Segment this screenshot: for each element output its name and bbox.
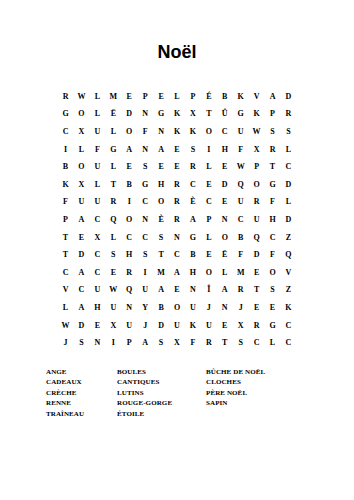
grid-cell[interactable]: N xyxy=(89,334,105,352)
grid-cell[interactable]: E xyxy=(121,158,137,176)
grid-cell[interactable]: L xyxy=(105,158,121,176)
grid-cell[interactable]: E xyxy=(201,246,217,264)
grid-cell[interactable]: X xyxy=(74,176,90,194)
grid-cell[interactable]: R xyxy=(105,194,121,212)
grid-cell[interactable]: M xyxy=(233,264,249,282)
puzzle-title: Noël xyxy=(0,43,354,61)
grid-cell[interactable]: T xyxy=(201,106,217,124)
grid-cell[interactable]: P xyxy=(137,88,153,106)
grid-cell[interactable]: A xyxy=(169,264,185,282)
grid-cell[interactable]: V xyxy=(249,88,265,106)
grid-cell[interactable]: S xyxy=(265,282,281,300)
grid-cell[interactable]: C xyxy=(58,264,74,282)
grid-cell[interactable]: E xyxy=(153,88,169,106)
grid-cell[interactable]: U xyxy=(74,194,90,212)
grid-cell[interactable]: K xyxy=(169,106,185,124)
grid-cell[interactable]: D xyxy=(74,246,90,264)
grid-cell[interactable]: L xyxy=(201,158,217,176)
grid-cell[interactable]: B xyxy=(121,176,137,194)
word-list-item: SAPIN xyxy=(206,398,265,408)
grid-cell[interactable]: N xyxy=(137,211,153,229)
grid-cell[interactable]: N xyxy=(185,282,201,300)
grid-cell[interactable]: A xyxy=(185,211,201,229)
grid-cell[interactable]: B xyxy=(153,299,169,317)
grid-cell[interactable]: L xyxy=(217,264,233,282)
grid-cell[interactable]: N xyxy=(153,123,169,141)
word-search-grid: RWLMEPELPÉBKVADGOLËDNGKXTÛGKPRCXULOFNKKO… xyxy=(58,88,297,352)
grid-cell[interactable]: È xyxy=(185,194,201,212)
grid-cell[interactable]: A xyxy=(137,334,153,352)
grid-cell[interactable]: G xyxy=(105,141,121,159)
grid-cell[interactable]: H xyxy=(265,211,281,229)
grid-cell[interactable]: A xyxy=(153,282,169,300)
grid-cell[interactable]: X xyxy=(249,141,265,159)
grid-cell[interactable]: C xyxy=(74,282,90,300)
grid-cell[interactable]: C xyxy=(58,123,74,141)
grid-cell[interactable]: F xyxy=(89,141,105,159)
grid-cell[interactable]: T xyxy=(217,334,233,352)
grid-cell[interactable]: X xyxy=(185,106,201,124)
grid-cell[interactable]: Y xyxy=(137,299,153,317)
grid-cell[interactable]: K xyxy=(58,176,74,194)
grid-cell[interactable]: Q xyxy=(280,246,296,264)
grid-cell[interactable]: L xyxy=(169,88,185,106)
grid-cell[interactable]: O xyxy=(121,123,137,141)
grid-cell[interactable]: W xyxy=(74,88,90,106)
grid-cell[interactable]: F xyxy=(265,246,281,264)
grid-cell[interactable]: A xyxy=(217,282,233,300)
grid-cell[interactable]: O xyxy=(74,158,90,176)
grid-cell[interactable]: U xyxy=(137,282,153,300)
word-list-column-1: ANGECADEAUXCRÈCHERENNETRAÎNEAU xyxy=(46,367,84,419)
grid-cell[interactable]: N xyxy=(217,299,233,317)
grid-cell[interactable]: F xyxy=(137,123,153,141)
grid-cell[interactable]: B xyxy=(58,158,74,176)
word-list-item: CLOCHES xyxy=(206,377,265,387)
grid-cell[interactable]: C xyxy=(249,334,265,352)
grid-cell[interactable]: N xyxy=(137,141,153,159)
grid-cell[interactable]: M xyxy=(105,88,121,106)
grid-cell[interactable]: D xyxy=(121,106,137,124)
grid-cell[interactable]: C xyxy=(185,176,201,194)
grid-cell[interactable]: R xyxy=(201,334,217,352)
grid-cell[interactable]: O xyxy=(121,211,137,229)
word-list-item: CADEAUX xyxy=(46,377,84,387)
grid-cell[interactable]: Q xyxy=(105,211,121,229)
grid-cell[interactable]: Q xyxy=(249,229,265,247)
grid-cell[interactable]: O xyxy=(265,264,281,282)
grid-cell[interactable]: A xyxy=(153,141,169,159)
grid-cell[interactable]: C xyxy=(121,229,137,247)
grid-cell[interactable]: O xyxy=(249,176,265,194)
grid-cell[interactable]: W xyxy=(233,158,249,176)
grid-cell[interactable]: P xyxy=(185,88,201,106)
grid-cell[interactable]: Z xyxy=(280,282,296,300)
grid-cell[interactable]: I xyxy=(58,141,74,159)
grid-cell[interactable]: P xyxy=(249,158,265,176)
grid-cell[interactable]: H xyxy=(185,264,201,282)
word-list-item: RENNE xyxy=(46,398,84,408)
word-list-item: BOULES xyxy=(117,367,172,377)
grid-cell[interactable]: J xyxy=(233,299,249,317)
grid-cell[interactable]: C xyxy=(169,246,185,264)
grid-cell[interactable]: Q xyxy=(233,176,249,194)
grid-cell[interactable]: O xyxy=(201,264,217,282)
grid-cell[interactable]: C xyxy=(280,334,296,352)
grid-cell[interactable]: E xyxy=(249,299,265,317)
grid-cell[interactable]: Û xyxy=(217,106,233,124)
grid-cell[interactable]: P xyxy=(121,334,137,352)
grid-cell[interactable]: D xyxy=(153,317,169,335)
grid-cell[interactable]: L xyxy=(89,106,105,124)
grid-cell[interactable]: E xyxy=(201,176,217,194)
grid-cell[interactable]: T xyxy=(58,229,74,247)
grid-cell[interactable]: U xyxy=(233,123,249,141)
word-list-item: LUTINS xyxy=(117,388,172,398)
grid-cell[interactable]: W xyxy=(105,282,121,300)
grid-cell[interactable]: K xyxy=(185,317,201,335)
grid-cell[interactable]: P xyxy=(201,211,217,229)
grid-cell[interactable]: D xyxy=(74,317,90,335)
grid-cell[interactable]: U xyxy=(89,158,105,176)
word-list: ANGECADEAUXCRÈCHERENNETRAÎNEAU BOULESCAN… xyxy=(0,367,354,427)
grid-cell[interactable]: R xyxy=(249,194,265,212)
grid-cell[interactable]: E xyxy=(74,229,90,247)
grid-cell[interactable]: G xyxy=(185,229,201,247)
grid-cell[interactable]: E xyxy=(121,88,137,106)
grid-cell[interactable]: L xyxy=(89,176,105,194)
grid-cell[interactable]: C xyxy=(280,317,296,335)
grid-cell[interactable]: J xyxy=(58,334,74,352)
grid-cell[interactable]: G xyxy=(153,106,169,124)
grid-cell[interactable]: N xyxy=(217,211,233,229)
grid-cell[interactable]: Z xyxy=(280,229,296,247)
grid-cell[interactable]: A xyxy=(121,141,137,159)
grid-cell[interactable]: U xyxy=(169,317,185,335)
puzzle-page: Noël RWLMEPELPÉBKVADGOLËDNGKXTÛGKPRCXULO… xyxy=(0,0,354,500)
grid-cell[interactable]: È xyxy=(153,211,169,229)
grid-cell[interactable]: C xyxy=(280,158,296,176)
grid-cell[interactable]: O xyxy=(74,106,90,124)
word-list-item: PÈRE NOËL xyxy=(206,388,265,398)
grid-cell[interactable]: G xyxy=(265,317,281,335)
word-list-item: ÉTOILE xyxy=(117,409,172,419)
grid-cell[interactable]: D xyxy=(249,246,265,264)
grid-cell[interactable]: E xyxy=(169,158,185,176)
grid-cell[interactable]: P xyxy=(265,106,281,124)
grid-cell[interactable]: R xyxy=(121,264,137,282)
grid-cell[interactable]: C xyxy=(265,229,281,247)
grid-cell[interactable]: P xyxy=(58,211,74,229)
grid-cell[interactable]: K xyxy=(280,299,296,317)
grid-cell[interactable]: H xyxy=(89,299,105,317)
grid-cell[interactable]: Î xyxy=(201,282,217,300)
grid-cell[interactable]: G xyxy=(265,176,281,194)
grid-cell[interactable]: H xyxy=(217,141,233,159)
grid-cell[interactable]: I xyxy=(121,194,137,212)
grid-cell[interactable]: N xyxy=(169,229,185,247)
grid-cell[interactable]: A xyxy=(74,299,90,317)
grid-cell[interactable]: X xyxy=(105,317,121,335)
grid-cell[interactable]: X xyxy=(233,317,249,335)
grid-cell[interactable]: G xyxy=(137,176,153,194)
grid-cell[interactable]: E xyxy=(217,317,233,335)
word-list-item: CANTIQUES xyxy=(117,377,172,387)
grid-cell[interactable]: H xyxy=(153,176,169,194)
grid-cell[interactable]: L xyxy=(74,141,90,159)
grid-cell[interactable]: T xyxy=(58,246,74,264)
grid-cell[interactable]: Ë xyxy=(105,106,121,124)
grid-cell[interactable]: X xyxy=(169,334,185,352)
grid-cell[interactable]: T xyxy=(265,158,281,176)
grid-cell[interactable]: E xyxy=(153,158,169,176)
grid-cell[interactable]: C xyxy=(233,211,249,229)
grid-cell[interactable]: S xyxy=(280,123,296,141)
grid-cell[interactable]: E xyxy=(217,158,233,176)
grid-cell[interactable]: U xyxy=(89,282,105,300)
grid-cell[interactable]: L xyxy=(105,123,121,141)
word-list-item: TRAÎNEAU xyxy=(46,409,84,419)
grid-cell[interactable]: E xyxy=(89,317,105,335)
grid-cell[interactable]: B xyxy=(233,229,249,247)
grid-cell[interactable]: G xyxy=(233,106,249,124)
grid-cell[interactable]: S xyxy=(153,334,169,352)
grid-cell[interactable]: R xyxy=(249,317,265,335)
grid-cell[interactable]: I xyxy=(137,264,153,282)
grid-cell[interactable]: U xyxy=(89,194,105,212)
grid-cell[interactable]: R xyxy=(169,211,185,229)
grid-cell[interactable]: X xyxy=(74,123,90,141)
grid-cell[interactable]: X xyxy=(89,229,105,247)
grid-cell[interactable]: E xyxy=(169,141,185,159)
grid-cell[interactable]: S xyxy=(265,123,281,141)
grid-cell[interactable]: F xyxy=(233,246,249,264)
grid-cell[interactable]: E xyxy=(217,194,233,212)
grid-cell[interactable]: K xyxy=(249,106,265,124)
grid-cell[interactable]: N xyxy=(121,299,137,317)
grid-cell[interactable]: E xyxy=(265,299,281,317)
grid-cell[interactable]: V xyxy=(58,282,74,300)
grid-cell[interactable]: B xyxy=(217,88,233,106)
grid-cell[interactable]: S xyxy=(105,246,121,264)
grid-cell[interactable]: U xyxy=(201,317,217,335)
grid-cell[interactable]: C xyxy=(89,264,105,282)
grid-cell[interactable]: L xyxy=(89,88,105,106)
grid-cell[interactable]: R xyxy=(58,88,74,106)
grid-cell[interactable]: I xyxy=(201,141,217,159)
grid-cell[interactable]: F xyxy=(58,194,74,212)
grid-cell[interactable]: U xyxy=(105,299,121,317)
grid-cell[interactable]: F xyxy=(185,334,201,352)
grid-cell[interactable]: U xyxy=(233,194,249,212)
grid-cell[interactable]: S xyxy=(233,334,249,352)
grid-cell[interactable]: L xyxy=(265,334,281,352)
grid-cell[interactable]: U xyxy=(121,317,137,335)
grid-cell[interactable]: W xyxy=(249,123,265,141)
grid-cell[interactable]: R xyxy=(233,282,249,300)
grid-cell[interactable]: S xyxy=(137,158,153,176)
grid-cell[interactable]: T xyxy=(153,246,169,264)
grid-cell[interactable]: V xyxy=(280,264,296,282)
grid-cell[interactable]: U xyxy=(249,211,265,229)
grid-cell[interactable]: R xyxy=(185,158,201,176)
grid-cell[interactable]: E xyxy=(249,264,265,282)
grid-cell[interactable]: T xyxy=(105,176,121,194)
grid-cell[interactable]: A xyxy=(265,88,281,106)
grid-cell[interactable]: O xyxy=(201,123,217,141)
grid-cell[interactable]: T xyxy=(249,282,265,300)
grid-cell[interactable]: F xyxy=(233,141,249,159)
word-list-item: BÛCHE DE NOËL xyxy=(206,367,265,377)
grid-cell[interactable]: R xyxy=(280,106,296,124)
grid-cell[interactable]: C xyxy=(89,211,105,229)
word-list-column-2: BOULESCANTIQUESLUTINSROUGE-GORGEÉTOILE xyxy=(117,367,172,419)
grid-cell[interactable]: D xyxy=(280,176,296,194)
grid-cell[interactable]: S xyxy=(153,229,169,247)
word-list-item: ANGE xyxy=(46,367,84,377)
word-list-item: ROUGE-GORGE xyxy=(117,398,172,408)
grid-cell[interactable]: C xyxy=(201,194,217,212)
grid-cell[interactable]: D xyxy=(217,176,233,194)
grid-cell[interactable]: K xyxy=(233,88,249,106)
grid-cell[interactable]: D xyxy=(280,211,296,229)
grid-cell[interactable]: L xyxy=(280,141,296,159)
grid-cell[interactable]: C xyxy=(89,246,105,264)
grid-cell[interactable]: B xyxy=(185,246,201,264)
grid-cell[interactable]: L xyxy=(105,229,121,247)
grid-cell[interactable]: N xyxy=(137,106,153,124)
word-list-item: CRÈCHE xyxy=(46,388,84,398)
grid-cell[interactable]: S xyxy=(74,334,90,352)
grid-cell[interactable]: Q xyxy=(121,282,137,300)
grid-cell[interactable]: K xyxy=(185,123,201,141)
grid-cell[interactable]: O xyxy=(169,299,185,317)
grid-cell[interactable]: F xyxy=(265,194,281,212)
grid-cell[interactable]: W xyxy=(58,317,74,335)
grid-cell[interactable]: K xyxy=(169,123,185,141)
grid-cell[interactable]: G xyxy=(58,106,74,124)
grid-cell[interactable]: J xyxy=(137,317,153,335)
grid-cell[interactable]: L xyxy=(280,194,296,212)
grid-cell[interactable]: S xyxy=(185,141,201,159)
grid-cell[interactable]: J xyxy=(201,299,217,317)
word-list-column-3: BÛCHE DE NOËLCLOCHESPÈRE NOËLSAPIN xyxy=(206,367,265,409)
grid-cell[interactable]: U xyxy=(185,299,201,317)
grid-cell[interactable]: M xyxy=(153,264,169,282)
grid-cell[interactable]: C xyxy=(137,229,153,247)
grid-cell[interactable]: R xyxy=(265,141,281,159)
grid-cell[interactable]: E xyxy=(169,282,185,300)
grid-cell[interactable]: R xyxy=(169,194,185,212)
grid-cell[interactable]: U xyxy=(89,123,105,141)
grid-cell[interactable]: A xyxy=(74,264,90,282)
grid-cell[interactable]: É xyxy=(201,88,217,106)
grid-cell[interactable]: O xyxy=(153,194,169,212)
grid-cell[interactable]: L xyxy=(201,229,217,247)
grid-cell[interactable]: H xyxy=(121,246,137,264)
grid-cell[interactable]: C xyxy=(217,123,233,141)
grid-cell[interactable]: A xyxy=(74,211,90,229)
grid-cell[interactable]: Ë xyxy=(217,246,233,264)
grid-cell[interactable]: L xyxy=(58,299,74,317)
grid-cell[interactable]: O xyxy=(217,229,233,247)
grid-cell[interactable]: E xyxy=(105,264,121,282)
grid-cell[interactable]: R xyxy=(169,176,185,194)
grid-cell[interactable]: C xyxy=(137,194,153,212)
grid-cell[interactable]: S xyxy=(137,246,153,264)
grid-cell[interactable]: D xyxy=(280,88,296,106)
grid-cell[interactable]: I xyxy=(105,334,121,352)
